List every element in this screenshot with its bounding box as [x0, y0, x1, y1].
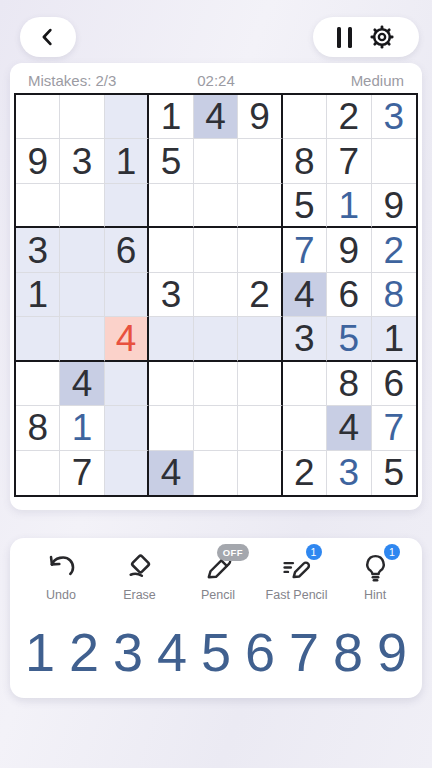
cell-r8c3[interactable] — [105, 406, 149, 450]
num-key-8[interactable]: 8 — [326, 624, 370, 680]
timer-label: 02:24 — [153, 72, 278, 89]
cell-r5c6[interactable]: 2 — [238, 273, 282, 317]
cell-r2c7[interactable]: 8 — [283, 139, 327, 183]
cell-r2c5[interactable] — [194, 139, 238, 183]
cell-r7c8[interactable]: 8 — [327, 362, 371, 406]
cell-r7c9[interactable]: 6 — [372, 362, 416, 406]
cell-r8c6[interactable] — [238, 406, 282, 450]
cell-r4c7[interactable]: 7 — [283, 228, 327, 272]
undo-label: Undo — [46, 588, 76, 602]
cell-r4c5[interactable] — [194, 228, 238, 272]
cell-r4c9[interactable]: 2 — [372, 228, 416, 272]
chevron-left-icon — [37, 26, 59, 48]
cell-r9c1[interactable] — [16, 451, 60, 495]
cell-r2c8[interactable]: 7 — [327, 139, 371, 183]
cell-r7c3[interactable] — [105, 362, 149, 406]
settings-button[interactable] — [368, 23, 396, 51]
num-key-1[interactable]: 1 — [18, 624, 62, 680]
gear-icon — [368, 23, 396, 51]
sudoku-grid: 1492393158751936792132468435148681477423… — [14, 93, 418, 497]
hint-label: Hint — [364, 588, 386, 602]
cell-r2c3[interactable]: 1 — [105, 139, 149, 183]
cell-r6c5[interactable] — [194, 317, 238, 361]
cell-r7c6[interactable] — [238, 362, 282, 406]
cell-r3c2[interactable] — [60, 184, 104, 228]
cell-r4c6[interactable] — [238, 228, 282, 272]
cell-r3c3[interactable] — [105, 184, 149, 228]
cell-r3c8[interactable]: 1 — [327, 184, 371, 228]
pause-icon — [337, 27, 352, 48]
cell-r8c9[interactable]: 7 — [372, 406, 416, 450]
cell-r8c4[interactable] — [149, 406, 193, 450]
cell-r3c6[interactable] — [238, 184, 282, 228]
cell-r7c2[interactable]: 4 — [60, 362, 104, 406]
cell-r7c5[interactable] — [194, 362, 238, 406]
cell-r6c2[interactable] — [60, 317, 104, 361]
cell-r5c1[interactable]: 1 — [16, 273, 60, 317]
status-bar: Mistakes: 2/3 02:24 Medium — [10, 63, 422, 89]
cell-r6c6[interactable] — [238, 317, 282, 361]
cell-r4c3[interactable]: 6 — [105, 228, 149, 272]
cell-r9c6[interactable] — [238, 451, 282, 495]
cell-r5c7[interactable]: 4 — [283, 273, 327, 317]
back-button[interactable] — [20, 17, 76, 57]
cell-r8c5[interactable] — [194, 406, 238, 450]
cell-r1c3[interactable] — [105, 95, 149, 139]
cell-r9c3[interactable] — [105, 451, 149, 495]
cell-r6c7[interactable]: 3 — [283, 317, 327, 361]
cell-r4c1[interactable]: 3 — [16, 228, 60, 272]
cell-r3c5[interactable] — [194, 184, 238, 228]
erase-icon — [124, 552, 155, 583]
cell-r9c2[interactable]: 7 — [60, 451, 104, 495]
cell-r4c8[interactable]: 9 — [327, 228, 371, 272]
cell-r2c2[interactable]: 3 — [60, 139, 104, 183]
cell-r8c7[interactable] — [283, 406, 327, 450]
cell-r9c5[interactable] — [194, 451, 238, 495]
pencil-off-badge: OFF — [217, 544, 249, 561]
fast-pencil-label: Fast Pencil — [266, 588, 328, 602]
cell-r3c7[interactable]: 5 — [283, 184, 327, 228]
cell-r2c9[interactable] — [372, 139, 416, 183]
cell-r9c4[interactable]: 4 — [149, 451, 193, 495]
cell-r6c4[interactable] — [149, 317, 193, 361]
cell-r1c8[interactable]: 2 — [327, 95, 371, 139]
cell-r5c9[interactable]: 8 — [372, 273, 416, 317]
pencil-label: Pencil — [201, 588, 235, 602]
cell-r4c4[interactable] — [149, 228, 193, 272]
cell-r3c9[interactable]: 9 — [372, 184, 416, 228]
difficulty-label: Medium — [279, 72, 404, 89]
mistakes-label: Mistakes: 2/3 — [28, 72, 153, 89]
num-key-5[interactable]: 5 — [194, 624, 238, 680]
hint-button[interactable]: 1 Hint — [338, 552, 412, 602]
cell-r5c8[interactable]: 6 — [327, 273, 371, 317]
cell-r1c7[interactable] — [283, 95, 327, 139]
num-key-6[interactable]: 6 — [238, 624, 282, 680]
cell-r5c4[interactable]: 3 — [149, 273, 193, 317]
cell-r5c3[interactable] — [105, 273, 149, 317]
cell-r9c9[interactable]: 5 — [372, 451, 416, 495]
pencil-button[interactable]: OFF Pencil — [181, 552, 255, 602]
cell-r1c6[interactable]: 9 — [238, 95, 282, 139]
fast-pencil-button[interactable]: 1 Fast Pencil — [260, 552, 334, 602]
num-key-4[interactable]: 4 — [150, 624, 194, 680]
cell-r7c4[interactable] — [149, 362, 193, 406]
cell-r7c1[interactable] — [16, 362, 60, 406]
sudoku-app-screen: Mistakes: 2/3 02:24 Medium 1492393158751… — [0, 0, 432, 768]
controls-panel: Undo Erase OFF Pencil 1 — [10, 538, 422, 698]
cell-r1c1[interactable] — [16, 95, 60, 139]
cell-r1c2[interactable] — [60, 95, 104, 139]
game-panel: Mistakes: 2/3 02:24 Medium 1492393158751… — [10, 63, 422, 510]
cell-r1c4[interactable]: 1 — [149, 95, 193, 139]
fast-pencil-badge: 1 — [306, 544, 322, 560]
cell-r1c5[interactable]: 4 — [194, 95, 238, 139]
cell-r8c2[interactable]: 1 — [60, 406, 104, 450]
toolbar: Undo Erase OFF Pencil 1 — [10, 538, 422, 602]
cell-r6c1[interactable] — [16, 317, 60, 361]
top-right-pill — [313, 17, 419, 57]
num-key-7[interactable]: 7 — [282, 624, 326, 680]
num-key-2[interactable]: 2 — [62, 624, 106, 680]
cell-r7c7[interactable] — [283, 362, 327, 406]
cell-r5c5[interactable] — [194, 273, 238, 317]
erase-label: Erase — [123, 588, 156, 602]
undo-button[interactable]: Undo — [24, 552, 98, 602]
cell-r9c8[interactable]: 3 — [327, 451, 371, 495]
cell-r2c1[interactable]: 9 — [16, 139, 60, 183]
num-key-3[interactable]: 3 — [106, 624, 150, 680]
cell-r8c1[interactable]: 8 — [16, 406, 60, 450]
pause-button[interactable] — [337, 27, 352, 48]
cell-r6c3[interactable]: 4 — [105, 317, 149, 361]
erase-button[interactable]: Erase — [103, 552, 177, 602]
number-pad: 1 2 3 4 5 6 7 8 9 — [10, 624, 422, 680]
cell-r1c9[interactable]: 3 — [372, 95, 416, 139]
cell-r9c7[interactable]: 2 — [283, 451, 327, 495]
undo-icon — [46, 552, 77, 583]
num-key-9[interactable]: 9 — [370, 624, 414, 680]
cell-r8c8[interactable]: 4 — [327, 406, 371, 450]
cell-r6c8[interactable]: 5 — [327, 317, 371, 361]
cell-r2c4[interactable]: 5 — [149, 139, 193, 183]
cell-r5c2[interactable] — [60, 273, 104, 317]
cell-r4c2[interactable] — [60, 228, 104, 272]
cell-r6c9[interactable]: 1 — [372, 317, 416, 361]
cell-r3c1[interactable] — [16, 184, 60, 228]
cell-r2c6[interactable] — [238, 139, 282, 183]
cell-r3c4[interactable] — [149, 184, 193, 228]
hint-badge: 1 — [384, 544, 400, 560]
